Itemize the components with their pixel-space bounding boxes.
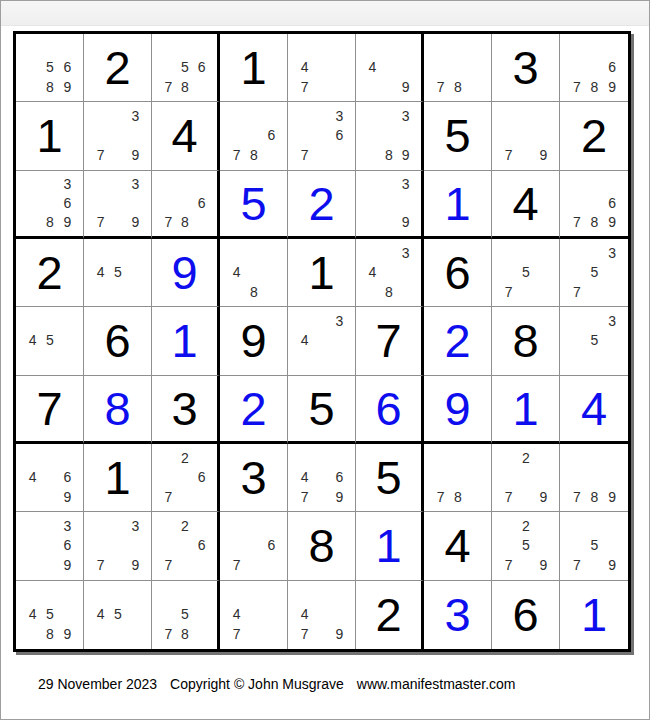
cell-r7c7[interactable]: 78 [424,444,492,512]
candidate-empty-slot [24,536,41,555]
candidate-digit: 9 [603,212,621,231]
given-digit: 6 [512,591,538,638]
cell-r7c3[interactable]: 267 [152,444,220,512]
candidate-digit: 7 [568,487,586,506]
cell-r2c3[interactable]: 4 [152,102,220,170]
given-digit: 1 [104,454,130,501]
candidate-empty-slot [313,585,330,605]
candidate-empty-slot [568,193,586,212]
cell-r4c3[interactable]: 9 [152,239,220,307]
candidate-digit: 7 [296,487,313,506]
candidate-digit: 9 [397,145,414,164]
candidate-digit: 4 [92,262,109,281]
candidate-empty-slot [331,331,348,350]
candidate-empty-slot [432,57,449,76]
candidate-digit: 9 [127,555,144,574]
cell-r4c2[interactable]: 45 [84,239,152,307]
candidate-empty-slot [160,448,177,467]
given-digit: 2 [581,112,607,159]
cell-r7c2[interactable]: 1 [84,444,152,512]
given-digit: 7 [375,317,401,364]
cell-r4c6[interactable]: 348 [356,239,424,307]
candidate-digit: 7 [500,145,517,164]
candidate-digit: 7 [432,487,449,506]
cell-r2c6[interactable]: 389 [356,102,424,170]
candidate-empty-slot [568,350,586,369]
candidate-grid: 35 [568,311,621,369]
candidate-grid: 789 [568,448,621,506]
candidate-empty-slot [397,57,414,76]
candidate-empty-slot [228,536,245,555]
given-digit: 1 [308,249,334,296]
cell-r3c5[interactable]: 2 [288,171,356,239]
cell-r1c1[interactable]: 5689 [16,34,84,102]
candidate-grid: 78 [432,38,484,96]
candidate-digit: 9 [331,487,348,506]
candidate-empty-slot [127,282,144,301]
cell-r5c6[interactable]: 7 [356,307,424,375]
candidate-empty-slot [24,448,41,467]
solved-digit: 5 [240,180,266,227]
candidate-digit: 7 [296,624,313,644]
candidate-empty-slot [160,585,177,605]
candidate-empty-slot [586,193,604,212]
candidate-empty-slot [331,145,348,164]
candidate-empty-slot [568,467,586,486]
candidate-grid: 389 [364,106,414,164]
cell-r9c1[interactable]: 4589 [16,581,84,649]
cell-r7c6[interactable]: 5 [356,444,424,512]
given-digit: 4 [171,112,197,159]
candidate-digit: 8 [381,282,398,301]
candidate-empty-slot [535,516,552,535]
cell-r4c7[interactable]: 6 [424,239,492,307]
candidate-grid: 2579 [500,516,552,574]
candidate-empty-slot [245,243,262,262]
solved-digit: 1 [444,180,470,227]
candidate-empty-slot [296,350,313,369]
candidate-empty-slot [59,585,76,605]
candidate-empty-slot [603,175,621,194]
candidate-digit: 9 [535,145,552,164]
candidate-digit: 6 [331,467,348,486]
candidate-empty-slot [92,624,109,644]
cell-r9c8[interactable]: 6 [492,581,560,649]
candidate-empty-slot [568,311,586,330]
cell-r6c8[interactable]: 1 [492,376,560,444]
candidate-empty-slot [449,38,466,57]
cell-r7c5[interactable]: 4679 [288,444,356,512]
cell-r3c1[interactable]: 3689 [16,171,84,239]
candidate-empty-slot [313,145,330,164]
sudoku-window: 5689256781474978367891379467836738957923… [0,0,650,720]
cell-r4c4[interactable]: 48 [220,239,288,307]
candidate-grid: 379 [92,516,144,574]
candidate-grid: 5689 [24,38,76,96]
candidate-digit: 8 [245,145,262,164]
candidate-grid: 78 [432,448,484,506]
candidate-empty-slot [500,448,517,467]
candidate-empty-slot [193,487,210,506]
candidate-digit: 5 [177,604,194,624]
candidate-grid: 578 [160,585,210,644]
candidate-empty-slot [193,624,210,644]
candidate-grid: 678 [228,106,280,164]
candidate-empty-slot [296,38,313,57]
cell-r3c6[interactable]: 39 [356,171,424,239]
candidate-empty-slot [109,145,126,164]
candidate-empty-slot [193,555,210,574]
cell-r2c1[interactable]: 1 [16,102,84,170]
candidate-empty-slot [127,536,144,555]
candidate-grid: 279 [500,448,552,506]
candidate-empty-slot [263,243,280,262]
cell-r1c9[interactable]: 6789 [560,34,628,102]
candidate-empty-slot [313,38,330,57]
candidate-empty-slot [177,487,194,506]
candidate-empty-slot [41,536,58,555]
candidate-digit: 4 [228,262,245,281]
candidate-grid: 369 [24,516,76,574]
cell-r8c9[interactable]: 579 [560,512,628,580]
cell-r6c4[interactable]: 2 [220,376,288,444]
cell-r5c8[interactable]: 8 [492,307,560,375]
candidate-digit: 5 [586,331,604,350]
cell-r3c8[interactable]: 4 [492,171,560,239]
candidate-grid: 579 [568,516,621,574]
candidate-digit: 2 [177,516,194,535]
cell-r8c1[interactable]: 369 [16,512,84,580]
cell-r8c2[interactable]: 379 [84,512,152,580]
candidate-empty-slot [41,555,58,574]
candidate-grid: 45 [92,243,144,301]
candidate-empty-slot [41,311,58,330]
cell-r4c9[interactable]: 357 [560,239,628,307]
cell-r8c8[interactable]: 2579 [492,512,560,580]
candidate-empty-slot [160,57,177,76]
candidate-digit: 3 [59,516,76,535]
given-digit: 3 [240,454,266,501]
cell-r5c7[interactable]: 2 [424,307,492,375]
candidate-empty-slot [603,516,621,535]
candidate-empty-slot [381,175,398,194]
candidate-digit: 7 [432,77,449,96]
cell-r2c4[interactable]: 678 [220,102,288,170]
candidate-empty-slot [535,448,552,467]
candidate-empty-slot [177,585,194,605]
cell-r7c1[interactable]: 469 [16,444,84,512]
candidate-empty-slot [127,624,144,644]
candidate-empty-slot [467,57,484,76]
candidate-empty-slot [127,604,144,624]
candidate-digit: 7 [296,145,313,164]
candidate-empty-slot [245,555,262,574]
candidate-empty-slot [535,243,552,262]
candidate-digit: 4 [228,604,245,624]
cell-r7c4[interactable]: 3 [220,444,288,512]
candidate-empty-slot [568,175,586,194]
cell-r1c8[interactable]: 3 [492,34,560,102]
footer-website: www.manifestmaster.com [357,676,516,692]
cell-r3c2[interactable]: 379 [84,171,152,239]
cell-r1c3[interactable]: 5678 [152,34,220,102]
sudoku-board: 5689256781474978367891379467836738957923… [13,31,631,652]
candidate-empty-slot [109,516,126,535]
candidate-grid: 6789 [568,38,621,96]
given-digit: 8 [308,522,334,569]
candidate-empty-slot [127,193,144,212]
candidate-digit: 8 [41,624,58,644]
candidate-digit: 3 [603,311,621,330]
candidate-empty-slot [586,467,604,486]
cell-r7c8[interactable]: 279 [492,444,560,512]
candidate-empty-slot [331,585,348,605]
candidate-empty-slot [517,106,534,125]
cell-r6c2[interactable]: 8 [84,376,152,444]
candidate-empty-slot [364,77,381,96]
candidate-empty-slot [41,585,58,605]
candidate-empty-slot [331,57,348,76]
candidate-empty-slot [263,106,280,125]
given-digit: 4 [444,522,470,569]
candidate-empty-slot [127,126,144,145]
candidate-digit: 7 [160,212,177,231]
candidate-empty-slot [92,243,109,262]
candidate-digit: 6 [193,467,210,486]
candidate-digit: 3 [331,106,348,125]
candidate-digit: 7 [160,624,177,644]
candidate-empty-slot [364,243,381,262]
cell-r5c2[interactable]: 6 [84,307,152,375]
cell-r1c5[interactable]: 47 [288,34,356,102]
candidate-empty-slot [193,448,210,467]
candidate-empty-slot [313,126,330,145]
footer: 29 November 2023 Copyright © John Musgra… [38,676,516,692]
candidate-empty-slot [296,585,313,605]
candidate-empty-slot [193,585,210,605]
solved-digit: 1 [581,591,607,638]
given-digit: 5 [444,112,470,159]
given-digit: 1 [36,112,62,159]
candidate-empty-slot [296,311,313,330]
cell-r5c1[interactable]: 45 [16,307,84,375]
cell-r2c8[interactable]: 79 [492,102,560,170]
candidate-empty-slot [41,448,58,467]
cell-r6c1[interactable]: 7 [16,376,84,444]
candidate-empty-slot [381,57,398,76]
solved-digit: 2 [240,385,266,432]
candidate-empty-slot [263,516,280,535]
candidate-grid: 4589 [24,585,76,644]
candidate-grid: 3689 [24,175,76,231]
candidate-digit: 2 [517,516,534,535]
cell-r1c6[interactable]: 49 [356,34,424,102]
candidate-digit: 3 [331,311,348,330]
cell-r6c5[interactable]: 5 [288,376,356,444]
candidate-empty-slot [603,467,621,486]
candidate-digit: 4 [296,604,313,624]
candidate-empty-slot [586,57,604,76]
candidate-empty-slot [568,516,586,535]
candidate-digit: 6 [59,536,76,555]
cell-r1c4[interactable]: 1 [220,34,288,102]
given-digit: 2 [36,249,62,296]
cell-r6c9[interactable]: 4 [560,376,628,444]
candidate-empty-slot [24,624,41,644]
cell-r3c7[interactable]: 1 [424,171,492,239]
cell-r4c8[interactable]: 57 [492,239,560,307]
candidate-empty-slot [568,448,586,467]
cell-r5c5[interactable]: 34 [288,307,356,375]
candidate-digit: 4 [24,331,41,350]
cell-r4c1[interactable]: 2 [16,239,84,307]
candidate-digit: 6 [193,193,210,212]
candidate-empty-slot [193,38,210,57]
solved-digit: 3 [444,591,470,638]
candidate-empty-slot [517,243,534,262]
candidate-grid: 49 [364,38,414,96]
candidate-digit: 3 [127,516,144,535]
candidate-empty-slot [432,38,449,57]
candidate-empty-slot [535,262,552,281]
candidate-empty-slot [364,175,381,194]
candidate-digit: 9 [535,487,552,506]
candidate-empty-slot [517,126,534,145]
candidate-digit: 9 [535,555,552,574]
candidate-digit: 6 [59,193,76,212]
given-digit: 2 [104,44,130,91]
candidate-grid: 47 [296,38,348,96]
candidate-digit: 4 [24,604,41,624]
cell-r9c7[interactable]: 3 [424,581,492,649]
cell-r2c2[interactable]: 379 [84,102,152,170]
candidate-empty-slot [313,331,330,350]
cell-r9c9[interactable]: 1 [560,581,628,649]
candidate-empty-slot [41,175,58,194]
candidate-empty-slot [59,604,76,624]
candidate-empty-slot [397,38,414,57]
candidate-empty-slot [586,38,604,57]
candidate-empty-slot [245,585,262,605]
cell-r2c7[interactable]: 5 [424,102,492,170]
cell-r3c3[interactable]: 678 [152,171,220,239]
candidate-empty-slot [41,350,58,369]
cell-r8c7[interactable]: 4 [424,512,492,580]
cell-r5c4[interactable]: 9 [220,307,288,375]
candidate-digit: 4 [296,331,313,350]
candidate-digit: 5 [586,262,604,281]
candidate-digit: 9 [127,212,144,231]
footer-copyright: Copyright © John Musgrave [170,676,344,692]
cell-r1c2[interactable]: 2 [84,34,152,102]
candidate-empty-slot [517,487,534,506]
candidate-empty-slot [59,38,76,57]
cell-r9c3[interactable]: 578 [152,581,220,649]
candidate-empty-slot [313,57,330,76]
cell-r8c5[interactable]: 8 [288,512,356,580]
cell-r9c2[interactable]: 45 [84,581,152,649]
cell-r4c5[interactable]: 1 [288,239,356,307]
candidate-empty-slot [177,536,194,555]
cell-r8c4[interactable]: 67 [220,512,288,580]
given-digit: 4 [512,180,538,227]
candidate-digit: 8 [586,77,604,96]
candidate-empty-slot [193,175,210,194]
candidate-digit: 9 [59,77,76,96]
candidate-empty-slot [331,604,348,624]
solved-digit: 2 [444,317,470,364]
candidate-grid: 67 [228,516,280,574]
candidate-empty-slot [296,448,313,467]
solved-digit: 2 [308,180,334,227]
candidate-empty-slot [109,243,126,262]
cell-r6c3[interactable]: 3 [152,376,220,444]
cell-r2c9[interactable]: 2 [560,102,628,170]
candidate-empty-slot [586,175,604,194]
candidate-digit: 2 [517,448,534,467]
candidate-empty-slot [467,448,484,467]
cell-r1c7[interactable]: 78 [424,34,492,102]
candidate-empty-slot [24,193,41,212]
candidate-empty-slot [500,516,517,535]
candidate-digit: 7 [500,487,517,506]
candidate-empty-slot [263,555,280,574]
cell-r6c7[interactable]: 9 [424,376,492,444]
candidate-digit: 6 [263,126,280,145]
cell-r3c4[interactable]: 5 [220,171,288,239]
candidate-grid: 45 [92,585,144,644]
candidate-digit: 4 [364,57,381,76]
candidate-digit: 8 [177,624,194,644]
candidate-digit: 8 [449,77,466,96]
candidate-empty-slot [517,145,534,164]
cell-r9c5[interactable]: 479 [288,581,356,649]
candidate-digit: 7 [92,212,109,231]
cell-r9c6[interactable]: 2 [356,581,424,649]
candidate-empty-slot [41,516,58,535]
cell-r8c3[interactable]: 267 [152,512,220,580]
cell-r5c9[interactable]: 35 [560,307,628,375]
candidate-grid: 39 [364,175,414,231]
candidate-empty-slot [263,624,280,644]
cell-r7c9[interactable]: 789 [560,444,628,512]
candidate-empty-slot [313,311,330,330]
candidate-digit: 6 [193,57,210,76]
candidate-empty-slot [364,106,381,125]
cell-r5c3[interactable]: 1 [152,307,220,375]
candidate-empty-slot [127,585,144,605]
cell-r9c4[interactable]: 47 [220,581,288,649]
candidate-digit: 9 [397,77,414,96]
cell-r6c6[interactable]: 6 [356,376,424,444]
candidate-empty-slot [364,282,381,301]
candidate-grid: 379 [92,175,144,231]
candidate-digit: 7 [500,555,517,574]
cell-r3c9[interactable]: 6789 [560,171,628,239]
candidate-empty-slot [41,38,58,57]
candidate-digit: 7 [160,487,177,506]
cell-r8c6[interactable]: 1 [356,512,424,580]
cell-r2c5[interactable]: 367 [288,102,356,170]
candidate-empty-slot [467,38,484,57]
candidate-empty-slot [500,126,517,145]
candidate-empty-slot [24,487,41,506]
candidate-empty-slot [603,38,621,57]
candidate-digit: 5 [177,57,194,76]
candidate-empty-slot [603,448,621,467]
candidate-empty-slot [177,38,194,57]
given-digit: 5 [375,454,401,501]
